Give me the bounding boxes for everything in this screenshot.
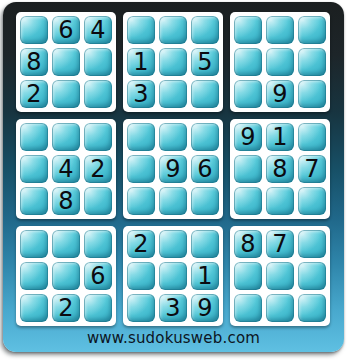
cell-r4c3[interactable] bbox=[84, 123, 112, 151]
cell-r7c6[interactable] bbox=[191, 230, 219, 258]
cell-r4c7: 9 bbox=[234, 123, 262, 151]
cell-r9c5: 3 bbox=[159, 294, 187, 322]
cell-r9c1[interactable] bbox=[20, 294, 48, 322]
box-1-3: 9 bbox=[230, 12, 330, 112]
cell-r3c7[interactable] bbox=[234, 80, 262, 108]
cell-r5c4[interactable] bbox=[127, 155, 155, 183]
cell-r6c5[interactable] bbox=[159, 187, 187, 215]
cell-r9c8[interactable] bbox=[266, 294, 294, 322]
cell-r6c7[interactable] bbox=[234, 187, 262, 215]
cell-r7c4: 2 bbox=[127, 230, 155, 258]
cell-r9c7[interactable] bbox=[234, 294, 262, 322]
cell-r4c1[interactable] bbox=[20, 123, 48, 151]
cell-r3c3[interactable] bbox=[84, 80, 112, 108]
cell-r5c3: 2 bbox=[84, 155, 112, 183]
cell-r3c8: 9 bbox=[266, 80, 294, 108]
box-2-2: 96 bbox=[123, 119, 223, 219]
cell-r1c2: 6 bbox=[52, 16, 80, 44]
box-grid: 6482153942896918762213987 bbox=[16, 12, 330, 326]
cell-r1c8[interactable] bbox=[266, 16, 294, 44]
cell-r1c9[interactable] bbox=[298, 16, 326, 44]
cell-r7c3[interactable] bbox=[84, 230, 112, 258]
cell-r2c5[interactable] bbox=[159, 48, 187, 76]
sudoku-board: 6482153942896918762213987 www.sudokusweb… bbox=[3, 2, 344, 352]
box-3-2: 2139 bbox=[123, 226, 223, 326]
cell-r4c2[interactable] bbox=[52, 123, 80, 151]
cell-r2c9[interactable] bbox=[298, 48, 326, 76]
cell-r3c1: 2 bbox=[20, 80, 48, 108]
cell-r2c3[interactable] bbox=[84, 48, 112, 76]
cell-r9c9[interactable] bbox=[298, 294, 326, 322]
cell-r7c8: 7 bbox=[266, 230, 294, 258]
cell-r9c4[interactable] bbox=[127, 294, 155, 322]
cell-r5c5: 9 bbox=[159, 155, 187, 183]
cell-r5c9: 7 bbox=[298, 155, 326, 183]
cell-r7c5[interactable] bbox=[159, 230, 187, 258]
cell-r8c5[interactable] bbox=[159, 262, 187, 290]
cell-r7c7: 8 bbox=[234, 230, 262, 258]
cell-r1c6[interactable] bbox=[191, 16, 219, 44]
cell-r1c4[interactable] bbox=[127, 16, 155, 44]
cell-r2c8[interactable] bbox=[266, 48, 294, 76]
cell-r4c5[interactable] bbox=[159, 123, 187, 151]
cell-r4c8: 1 bbox=[266, 123, 294, 151]
cell-r2c6: 5 bbox=[191, 48, 219, 76]
cell-r5c7[interactable] bbox=[234, 155, 262, 183]
cell-r2c7[interactable] bbox=[234, 48, 262, 76]
cell-r2c2[interactable] bbox=[52, 48, 80, 76]
cell-r8c4[interactable] bbox=[127, 262, 155, 290]
cell-r4c6[interactable] bbox=[191, 123, 219, 151]
box-1-1: 6482 bbox=[16, 12, 116, 112]
cell-r8c9[interactable] bbox=[298, 262, 326, 290]
cell-r3c9[interactable] bbox=[298, 80, 326, 108]
site-link[interactable]: www.sudokusweb.com bbox=[3, 328, 344, 348]
cell-r8c8[interactable] bbox=[266, 262, 294, 290]
cell-r3c5[interactable] bbox=[159, 80, 187, 108]
cell-r2c4: 1 bbox=[127, 48, 155, 76]
cell-r3c6[interactable] bbox=[191, 80, 219, 108]
cell-r8c7[interactable] bbox=[234, 262, 262, 290]
box-3-1: 62 bbox=[16, 226, 116, 326]
box-3-3: 87 bbox=[230, 226, 330, 326]
cell-r6c1[interactable] bbox=[20, 187, 48, 215]
cell-r5c1[interactable] bbox=[20, 155, 48, 183]
cell-r4c9[interactable] bbox=[298, 123, 326, 151]
box-2-1: 428 bbox=[16, 119, 116, 219]
cell-r9c3[interactable] bbox=[84, 294, 112, 322]
cell-r5c6: 6 bbox=[191, 155, 219, 183]
cell-r5c2: 4 bbox=[52, 155, 80, 183]
cell-r7c9[interactable] bbox=[298, 230, 326, 258]
cell-r3c2[interactable] bbox=[52, 80, 80, 108]
cell-r1c1[interactable] bbox=[20, 16, 48, 44]
cell-r6c2: 8 bbox=[52, 187, 80, 215]
cell-r1c5[interactable] bbox=[159, 16, 187, 44]
cell-r9c2: 2 bbox=[52, 294, 80, 322]
cell-r6c8[interactable] bbox=[266, 187, 294, 215]
cell-r8c6: 1 bbox=[191, 262, 219, 290]
cell-r8c2[interactable] bbox=[52, 262, 80, 290]
cell-r3c4: 3 bbox=[127, 80, 155, 108]
cell-r1c7[interactable] bbox=[234, 16, 262, 44]
cell-r6c9[interactable] bbox=[298, 187, 326, 215]
cell-r8c1[interactable] bbox=[20, 262, 48, 290]
cell-r7c1[interactable] bbox=[20, 230, 48, 258]
box-2-3: 9187 bbox=[230, 119, 330, 219]
cell-r5c8: 8 bbox=[266, 155, 294, 183]
cell-r9c6: 9 bbox=[191, 294, 219, 322]
cell-r1c3: 4 bbox=[84, 16, 112, 44]
cell-r8c3: 6 bbox=[84, 262, 112, 290]
cell-r7c2[interactable] bbox=[52, 230, 80, 258]
box-1-2: 153 bbox=[123, 12, 223, 112]
page: 6482153942896918762213987 www.sudokusweb… bbox=[0, 0, 350, 360]
cell-r4c4[interactable] bbox=[127, 123, 155, 151]
cell-r6c6[interactable] bbox=[191, 187, 219, 215]
cell-r6c3[interactable] bbox=[84, 187, 112, 215]
cell-r6c4[interactable] bbox=[127, 187, 155, 215]
cell-r2c1: 8 bbox=[20, 48, 48, 76]
